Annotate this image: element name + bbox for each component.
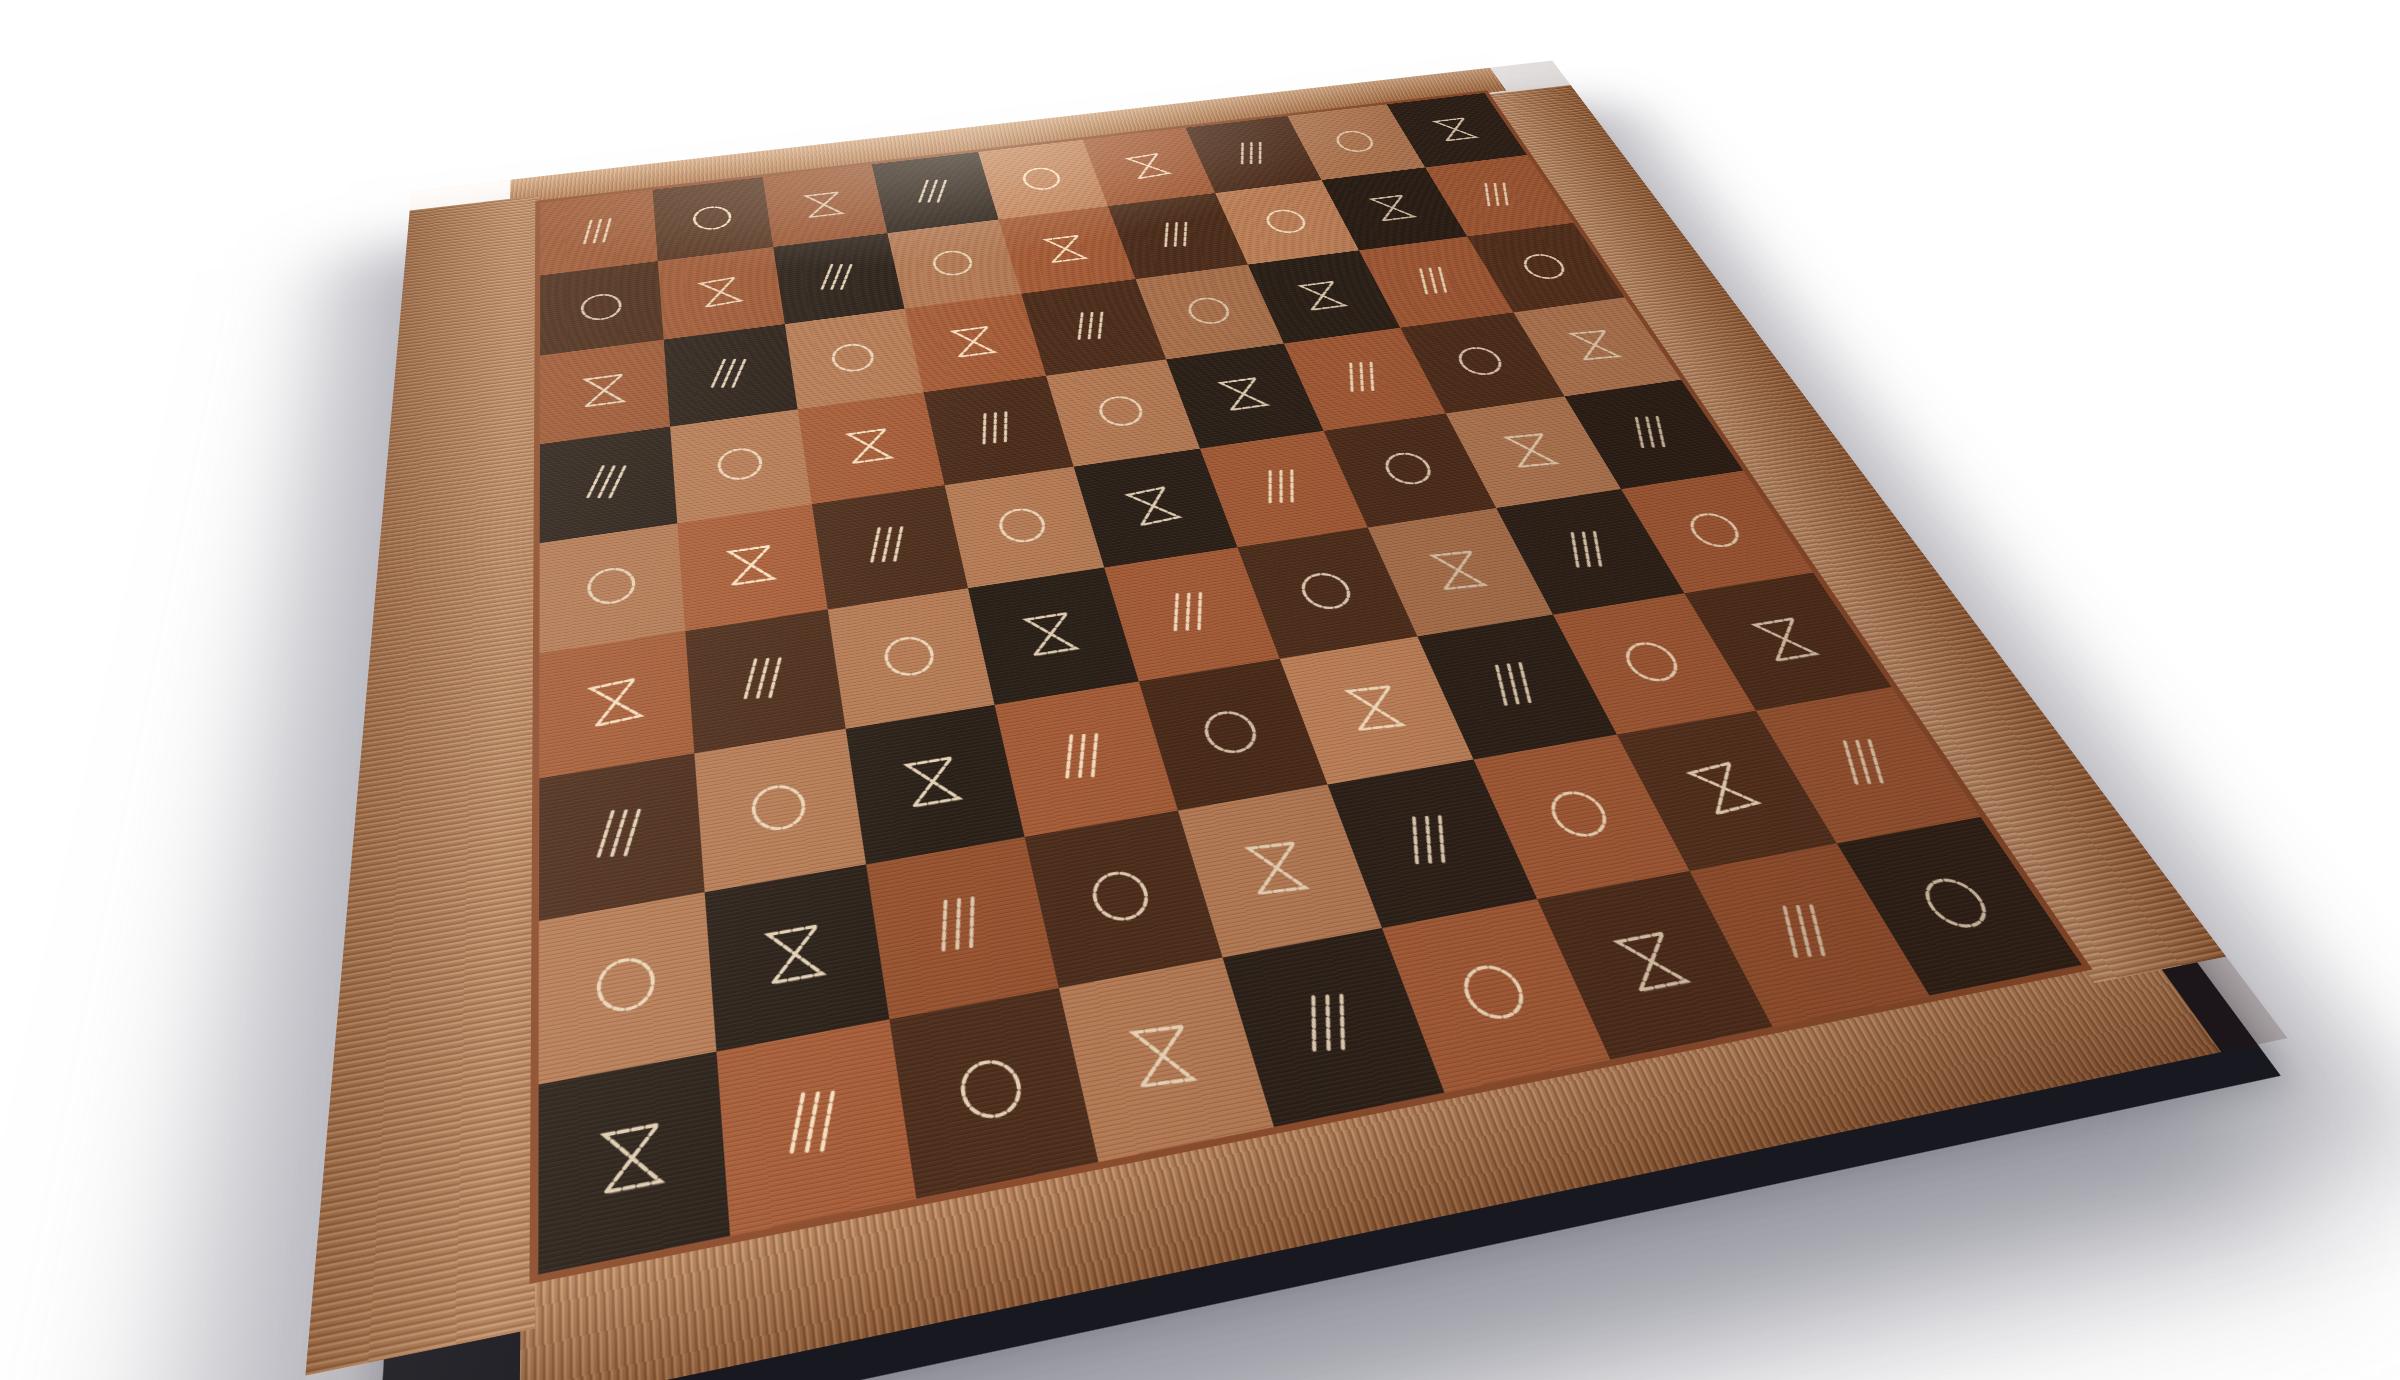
circle-glyph: [1523, 768, 1636, 861]
photo-scene: [0, 0, 2400, 1380]
cell-r7c3: [846, 705, 1024, 864]
hourglass-glyph: [1112, 143, 1185, 189]
cell-r5c2: [677, 504, 828, 632]
tally-lines-glyph: [1145, 575, 1236, 651]
hourglass-glyph: [1419, 108, 1492, 150]
hourglass-glyph: [685, 265, 756, 319]
circle-glyph: [867, 617, 952, 697]
circle-glyph: [575, 550, 648, 624]
cell-r9c3: [890, 988, 1098, 1198]
tally-lines-glyph: [724, 639, 805, 720]
cell-r6c2: [686, 610, 847, 754]
cell-r8c7: [1474, 735, 1689, 899]
cell-r7c2: [695, 729, 867, 892]
circle-glyph: [939, 1031, 1046, 1150]
cell-r9c6: [1382, 899, 1611, 1092]
tally-lines-glyph: [1055, 299, 1130, 354]
hourglass-glyph: [1413, 536, 1505, 606]
tally-lines-glyph: [1459, 172, 1537, 218]
cell-r7c1: [539, 754, 705, 922]
cell-r5c3: [812, 485, 967, 610]
cell-r7c9: [1684, 573, 1891, 711]
hourglass-glyph: [713, 530, 789, 602]
hourglass-glyph: [1488, 420, 1576, 481]
tally-lines-glyph: [1239, 455, 1326, 521]
cell-r7c4: [994, 682, 1178, 837]
tally-lines-glyph: [904, 170, 964, 214]
tally-lines-glyph: [698, 346, 761, 402]
tally-lines-glyph: [849, 510, 928, 581]
circle-glyph: [1438, 333, 1524, 390]
cell-r7c5: [1139, 659, 1328, 811]
tally-lines-glyph: [571, 451, 642, 515]
circle-glyph: [1276, 553, 1376, 630]
tally-lines-glyph: [1141, 211, 1213, 260]
circle-glyph: [704, 433, 776, 498]
cell-r6c5: [1104, 548, 1280, 682]
rug: [298, 61, 2288, 1380]
circle-glyph: [1503, 241, 1586, 292]
cell-r7c8: [1553, 594, 1756, 735]
circle-glyph: [1009, 156, 1076, 201]
cell-r4c1: [540, 426, 678, 542]
hourglass-glyph: [1283, 269, 1362, 322]
hourglass-glyph: [572, 361, 637, 420]
tally-lines-glyph: [764, 1063, 866, 1186]
circle-glyph: [570, 281, 632, 334]
tally-lines-glyph: [1392, 254, 1477, 308]
cell-r8c2: [705, 864, 890, 1051]
hourglass-glyph: [584, 1096, 680, 1222]
cell-r6c9: [1621, 471, 1813, 594]
hourglass-glyph: [749, 902, 843, 1008]
circle-glyph: [815, 328, 892, 387]
hourglass-glyph: [1112, 1001, 1216, 1113]
hourglass-glyph: [573, 660, 659, 746]
hourglass-glyph: [1008, 596, 1096, 674]
cell-r6c3: [828, 589, 994, 730]
circle-glyph: [1082, 381, 1161, 442]
circle-glyph: [1434, 938, 1554, 1048]
cell-r6c4: [968, 568, 1139, 705]
tally-lines-glyph: [1037, 713, 1132, 801]
cell-r9c7: [1538, 871, 1772, 1059]
hourglass-glyph: [1327, 668, 1423, 749]
tally-lines-glyph: [1217, 132, 1287, 176]
circle-glyph: [1319, 120, 1391, 163]
hourglass-glyph: [1732, 601, 1842, 679]
cell-r9c4: [1058, 958, 1273, 1162]
circle-glyph: [1665, 496, 1766, 566]
cell-r8c4: [1024, 811, 1222, 988]
tally-lines-glyph: [1807, 719, 1926, 808]
cell-r6c7: [1368, 508, 1552, 636]
hourglass-glyph: [1554, 319, 1638, 373]
circle-glyph: [982, 491, 1064, 560]
cell-r9c5: [1222, 928, 1444, 1127]
hourglass-glyph: [888, 738, 979, 828]
tally-lines-glyph: [566, 207, 631, 257]
cell-r6c6: [1238, 528, 1418, 659]
tally-lines-glyph: [1743, 881, 1870, 985]
circle-glyph: [731, 761, 826, 857]
tally-lines-glyph: [1461, 643, 1571, 728]
cell-r8c1: [539, 892, 717, 1084]
cell-r9c8: [1689, 844, 1929, 1027]
circle-glyph: [682, 194, 743, 242]
hourglass-glyph: [938, 314, 1011, 370]
circle-glyph: [1183, 690, 1281, 776]
cell-r5c1: [540, 523, 686, 653]
fringe-left: [305, 196, 538, 1376]
hourglass-glyph: [1109, 472, 1200, 542]
circle-glyph: [1070, 847, 1172, 948]
hourglass-glyph: [1355, 185, 1431, 232]
cell-r6c1: [539, 631, 694, 778]
circle-glyph: [1247, 197, 1326, 247]
hourglass-glyph: [833, 415, 908, 478]
tally-lines-glyph: [1274, 968, 1390, 1081]
cell-r7c7: [1418, 615, 1617, 760]
tally-lines-glyph: [1605, 402, 1699, 464]
circle-glyph: [1364, 437, 1454, 502]
hourglass-glyph: [1031, 224, 1102, 274]
tally-lines-glyph: [1376, 794, 1486, 889]
cell-r8c5: [1178, 785, 1382, 958]
hourglass-glyph: [1228, 821, 1328, 916]
circle-glyph: [919, 238, 988, 289]
cell-r9c1: [538, 1052, 730, 1275]
circle-glyph: [1170, 284, 1247, 338]
cell-r8c6: [1328, 760, 1538, 929]
hourglass-glyph: [793, 181, 856, 228]
circle-glyph: [1599, 622, 1706, 702]
circle-glyph: [1889, 851, 2024, 956]
circle-glyph: [581, 931, 670, 1040]
tally-lines-glyph: [579, 788, 662, 883]
cell-r8c8: [1617, 711, 1837, 871]
cell-r7c6: [1280, 637, 1474, 785]
tally-lines-glyph: [807, 253, 868, 303]
tally-lines-glyph: [1321, 349, 1405, 407]
hourglass-glyph: [1203, 365, 1285, 425]
tally-lines-glyph: [956, 397, 1039, 461]
hourglass-glyph: [1664, 742, 1785, 836]
tally-lines-glyph: [1539, 515, 1638, 586]
hourglass-glyph: [1591, 909, 1714, 1016]
cell-r8c3: [867, 837, 1059, 1019]
tally-lines-glyph: [908, 872, 1014, 979]
